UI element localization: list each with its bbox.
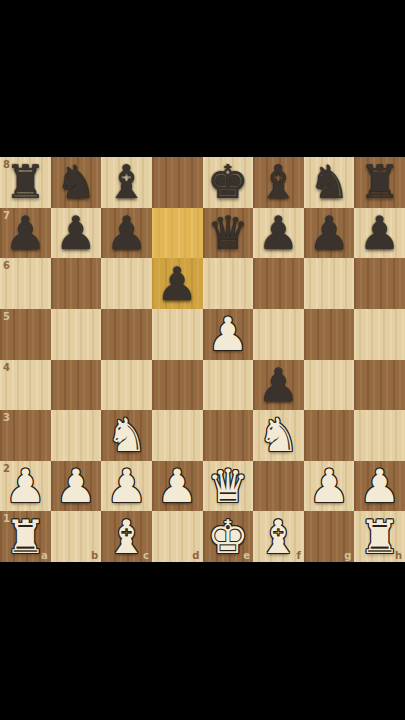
square-c1[interactable]: ♝c [101,511,152,562]
black-bishop[interactable]: ♝ [106,157,147,207]
square-b3[interactable] [51,410,102,461]
square-c4[interactable] [101,360,152,411]
square-h3[interactable] [354,410,405,461]
square-h7[interactable]: ♟ [354,208,405,259]
white-rook[interactable]: ♜ [359,512,400,562]
black-pawn[interactable]: ♟ [157,259,198,309]
bottom-letterbox-bar [0,562,405,720]
square-a5[interactable]: 5 [0,309,51,360]
square-b5[interactable] [51,309,102,360]
square-h4[interactable] [354,360,405,411]
file-label-g: g [344,550,351,561]
square-c8[interactable]: ♝ [101,157,152,208]
black-knight[interactable]: ♞ [308,157,349,207]
white-pawn[interactable]: ♟ [308,461,349,511]
square-f1[interactable]: ♝f [253,511,304,562]
square-g1[interactable]: g [304,511,355,562]
rank-label-6: 6 [3,260,10,271]
square-e7[interactable]: ♛ [203,208,254,259]
white-pawn[interactable]: ♟ [207,309,248,359]
black-queen[interactable]: ♛ [207,208,248,258]
square-g7[interactable]: ♟ [304,208,355,259]
white-pawn[interactable]: ♟ [106,461,147,511]
square-c6[interactable] [101,258,152,309]
square-e3[interactable] [203,410,254,461]
square-d6[interactable]: ♟ [152,258,203,309]
square-b2[interactable]: ♟ [51,461,102,512]
square-e5[interactable]: ♟ [203,309,254,360]
file-label-d: d [192,550,199,561]
square-h8[interactable]: ♜ [354,157,405,208]
square-a6[interactable]: 6 [0,258,51,309]
white-pawn[interactable]: ♟ [359,461,400,511]
black-rook[interactable]: ♜ [5,157,46,207]
square-h2[interactable]: ♟ [354,461,405,512]
square-h6[interactable] [354,258,405,309]
black-pawn[interactable]: ♟ [258,208,299,258]
square-g5[interactable] [304,309,355,360]
square-f8[interactable]: ♝ [253,157,304,208]
black-rook[interactable]: ♜ [359,157,400,207]
white-bishop[interactable]: ♝ [106,512,147,562]
square-a7[interactable]: ♟7 [0,208,51,259]
rank-label-4: 4 [3,362,10,373]
square-f4[interactable]: ♟ [253,360,304,411]
white-bishop[interactable]: ♝ [258,512,299,562]
black-knight[interactable]: ♞ [55,157,96,207]
black-pawn[interactable]: ♟ [359,208,400,258]
square-c3[interactable]: ♞ [101,410,152,461]
white-pawn[interactable]: ♟ [55,461,96,511]
black-pawn[interactable]: ♟ [55,208,96,258]
rank-label-3: 3 [3,412,10,423]
square-d4[interactable] [152,360,203,411]
chess-board: ♜8♞♝♚♝♞♜♟7♟♟♛♟♟♟6♟5♟4♟3♞♞♟2♟♟♟♛♟♟♜1ab♝cd… [0,157,405,562]
square-b6[interactable] [51,258,102,309]
square-c2[interactable]: ♟ [101,461,152,512]
black-pawn[interactable]: ♟ [258,360,299,410]
square-d3[interactable] [152,410,203,461]
rank-label-5: 5 [3,311,10,322]
square-e2[interactable]: ♛ [203,461,254,512]
square-g4[interactable] [304,360,355,411]
square-f2[interactable] [253,461,304,512]
square-b7[interactable]: ♟ [51,208,102,259]
black-bishop[interactable]: ♝ [258,157,299,207]
white-queen[interactable]: ♛ [207,461,248,511]
square-c7[interactable]: ♟ [101,208,152,259]
white-knight[interactable]: ♞ [106,410,147,460]
square-c5[interactable] [101,309,152,360]
square-h5[interactable] [354,309,405,360]
square-d1[interactable]: d [152,511,203,562]
white-pawn[interactable]: ♟ [157,461,198,511]
square-g8[interactable]: ♞ [304,157,355,208]
square-e4[interactable] [203,360,254,411]
square-d8[interactable] [152,157,203,208]
white-king[interactable]: ♚ [207,512,248,562]
square-b1[interactable]: b [51,511,102,562]
square-h1[interactable]: ♜h [354,511,405,562]
square-d5[interactable] [152,309,203,360]
white-rook[interactable]: ♜ [5,512,46,562]
square-g3[interactable] [304,410,355,461]
square-f6[interactable] [253,258,304,309]
square-e1[interactable]: ♚e [203,511,254,562]
top-letterbox-bar [0,0,405,157]
black-king[interactable]: ♚ [207,157,248,207]
square-b4[interactable] [51,360,102,411]
white-knight[interactable]: ♞ [258,410,299,460]
square-a8[interactable]: ♜8 [0,157,51,208]
square-f7[interactable]: ♟ [253,208,304,259]
white-pawn[interactable]: ♟ [5,461,46,511]
square-b8[interactable]: ♞ [51,157,102,208]
square-a4[interactable]: 4 [0,360,51,411]
black-pawn[interactable]: ♟ [106,208,147,258]
black-pawn[interactable]: ♟ [308,208,349,258]
black-pawn[interactable]: ♟ [5,208,46,258]
square-e8[interactable]: ♚ [203,157,254,208]
square-e6[interactable] [203,258,254,309]
square-a1[interactable]: ♜1a [0,511,51,562]
square-a2[interactable]: ♟2 [0,461,51,512]
square-g6[interactable] [304,258,355,309]
square-d7[interactable] [152,208,203,259]
file-label-b: b [91,550,98,561]
square-a3[interactable]: 3 [0,410,51,461]
square-d2[interactable]: ♟ [152,461,203,512]
square-g2[interactable]: ♟ [304,461,355,512]
square-f5[interactable] [253,309,304,360]
square-f3[interactable]: ♞ [253,410,304,461]
